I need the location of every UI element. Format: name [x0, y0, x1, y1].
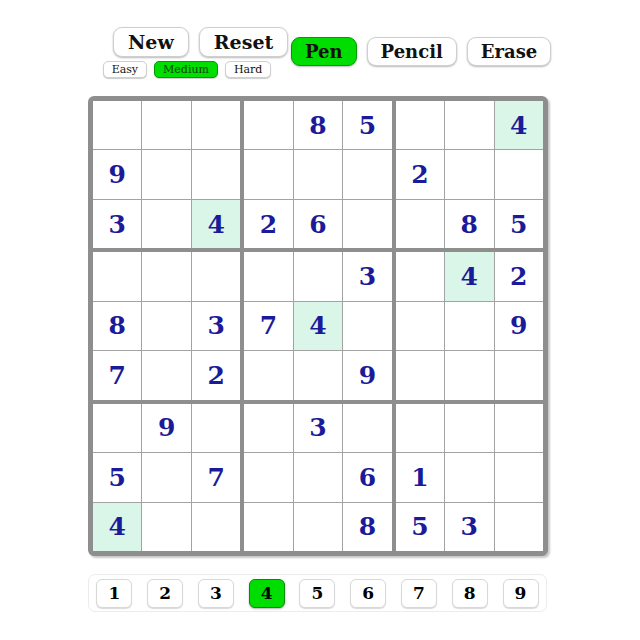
cell-r3c2[interactable] — [142, 200, 190, 248]
cell-r5c7[interactable] — [396, 302, 444, 350]
erase-tool-button[interactable]: Erase — [467, 37, 551, 66]
cell-r3c1[interactable]: 3 — [93, 200, 141, 248]
difficulty-easy-button[interactable]: Easy — [103, 61, 147, 78]
cell-r7c3[interactable] — [192, 404, 240, 452]
cell-r3c3[interactable]: 4 — [192, 200, 240, 248]
new-button[interactable]: New — [113, 27, 189, 57]
cell-r5c8[interactable] — [445, 302, 493, 350]
cell-r9c7[interactable]: 5 — [396, 503, 444, 551]
cell-r5c6[interactable] — [343, 302, 391, 350]
cell-r6c3[interactable]: 2 — [192, 351, 240, 399]
number-button-3[interactable]: 3 — [198, 579, 234, 608]
cell-r7c1[interactable] — [93, 404, 141, 452]
cell-r5c2[interactable] — [142, 302, 190, 350]
cell-r8c7[interactable]: 1 — [396, 453, 444, 501]
cell-r4c9[interactable]: 2 — [495, 252, 543, 300]
cell-r7c6[interactable] — [343, 404, 391, 452]
cell-r5c4[interactable]: 7 — [244, 302, 292, 350]
tool-selector: Pen Pencil Erase — [291, 37, 551, 66]
cell-r4c5[interactable] — [294, 252, 342, 300]
cell-r5c9[interactable]: 9 — [495, 302, 543, 350]
cell-r4c8[interactable]: 4 — [445, 252, 493, 300]
pencil-tool-button[interactable]: Pencil — [367, 37, 457, 66]
number-selector-bar: 123456789 — [88, 574, 547, 612]
cell-r3c5[interactable]: 6 — [294, 200, 342, 248]
number-button-6[interactable]: 6 — [350, 579, 386, 608]
cell-r2c2[interactable] — [142, 150, 190, 198]
cell-r1c9[interactable]: 4 — [495, 101, 543, 149]
game-actions: New Reset — [113, 27, 288, 57]
cell-r1c2[interactable] — [142, 101, 190, 149]
cell-r4c1[interactable] — [93, 252, 141, 300]
cell-r2c1[interactable]: 9 — [93, 150, 141, 198]
cell-r3c4[interactable]: 2 — [244, 200, 292, 248]
sudoku-box-1-0: 8372 — [93, 252, 240, 399]
cell-r7c4[interactable] — [244, 404, 292, 452]
cell-r7c9[interactable] — [495, 404, 543, 452]
cell-r9c2[interactable] — [142, 503, 190, 551]
cell-r6c7[interactable] — [396, 351, 444, 399]
cell-r6c6[interactable]: 9 — [343, 351, 391, 399]
cell-r9c4[interactable] — [244, 503, 292, 551]
sudoku-box-0-2: 4285 — [396, 101, 543, 248]
sudoku-box-2-1: 368 — [244, 404, 391, 551]
sudoku-board: 93485264285837237494299574368153 — [88, 96, 548, 556]
difficulty-hard-button[interactable]: Hard — [225, 61, 271, 78]
cell-r9c1[interactable]: 4 — [93, 503, 141, 551]
cell-r9c8[interactable]: 3 — [445, 503, 493, 551]
cell-r8c2[interactable] — [142, 453, 190, 501]
cell-r9c3[interactable] — [192, 503, 240, 551]
cell-r6c4[interactable] — [244, 351, 292, 399]
cell-r3c6[interactable] — [343, 200, 391, 248]
cell-r7c7[interactable] — [396, 404, 444, 452]
cell-r2c8[interactable] — [445, 150, 493, 198]
cell-r2c7[interactable]: 2 — [396, 150, 444, 198]
cell-r7c2[interactable]: 9 — [142, 404, 190, 452]
cell-r7c5[interactable]: 3 — [294, 404, 342, 452]
sudoku-box-1-1: 3749 — [244, 252, 391, 399]
number-button-9[interactable]: 9 — [503, 579, 539, 608]
cell-r6c1[interactable]: 7 — [93, 351, 141, 399]
cell-r4c2[interactable] — [142, 252, 190, 300]
sudoku-box-2-0: 9574 — [93, 404, 240, 551]
number-button-4[interactable]: 4 — [249, 579, 285, 608]
cell-r2c9[interactable] — [495, 150, 543, 198]
pen-tool-button[interactable]: Pen — [291, 37, 357, 66]
cell-r1c1[interactable] — [93, 101, 141, 149]
cell-r1c7[interactable] — [396, 101, 444, 149]
cell-r8c5[interactable] — [294, 453, 342, 501]
cell-r8c6[interactable]: 6 — [343, 453, 391, 501]
cell-r4c7[interactable] — [396, 252, 444, 300]
cell-r5c3[interactable]: 3 — [192, 302, 240, 350]
difficulty-medium-button[interactable]: Medium — [154, 61, 218, 78]
cell-r4c3[interactable] — [192, 252, 240, 300]
number-button-1[interactable]: 1 — [96, 579, 132, 608]
cell-r6c9[interactable] — [495, 351, 543, 399]
cell-r1c5[interactable]: 8 — [294, 101, 342, 149]
cell-r6c5[interactable] — [294, 351, 342, 399]
cell-r1c4[interactable] — [244, 101, 292, 149]
cell-r1c6[interactable]: 5 — [343, 101, 391, 149]
cell-r9c9[interactable] — [495, 503, 543, 551]
cell-r8c8[interactable] — [445, 453, 493, 501]
cell-r2c4[interactable] — [244, 150, 292, 198]
cell-r4c6[interactable]: 3 — [343, 252, 391, 300]
sudoku-box-1-2: 429 — [396, 252, 543, 399]
cell-r4c4[interactable] — [244, 252, 292, 300]
cell-r2c5[interactable] — [294, 150, 342, 198]
reset-button[interactable]: Reset — [199, 27, 288, 57]
cell-r3c7[interactable] — [396, 200, 444, 248]
cell-r2c3[interactable] — [192, 150, 240, 198]
cell-r6c8[interactable] — [445, 351, 493, 399]
cell-r1c8[interactable] — [445, 101, 493, 149]
number-button-7[interactable]: 7 — [401, 579, 437, 608]
number-button-8[interactable]: 8 — [452, 579, 488, 608]
cell-r9c5[interactable] — [294, 503, 342, 551]
number-button-2[interactable]: 2 — [147, 579, 183, 608]
cell-r6c2[interactable] — [142, 351, 190, 399]
cell-r8c9[interactable] — [495, 453, 543, 501]
sudoku-box-0-1: 8526 — [244, 101, 391, 248]
cell-r3c9[interactable]: 5 — [495, 200, 543, 248]
cell-r7c8[interactable] — [445, 404, 493, 452]
cell-r5c5[interactable]: 4 — [294, 302, 342, 350]
number-button-5[interactable]: 5 — [299, 579, 335, 608]
cell-r1c3[interactable] — [192, 101, 240, 149]
difficulty-selector: Easy Medium Hard — [113, 61, 261, 78]
sudoku-box-2-2: 153 — [396, 404, 543, 551]
cell-r3c8[interactable]: 8 — [445, 200, 493, 248]
cell-r8c1[interactable]: 5 — [93, 453, 141, 501]
cell-r8c3[interactable]: 7 — [192, 453, 240, 501]
cell-r5c1[interactable]: 8 — [93, 302, 141, 350]
cell-r2c6[interactable] — [343, 150, 391, 198]
sudoku-box-0-0: 934 — [93, 101, 240, 248]
cell-r8c4[interactable] — [244, 453, 292, 501]
cell-r9c6[interactable]: 8 — [343, 503, 391, 551]
